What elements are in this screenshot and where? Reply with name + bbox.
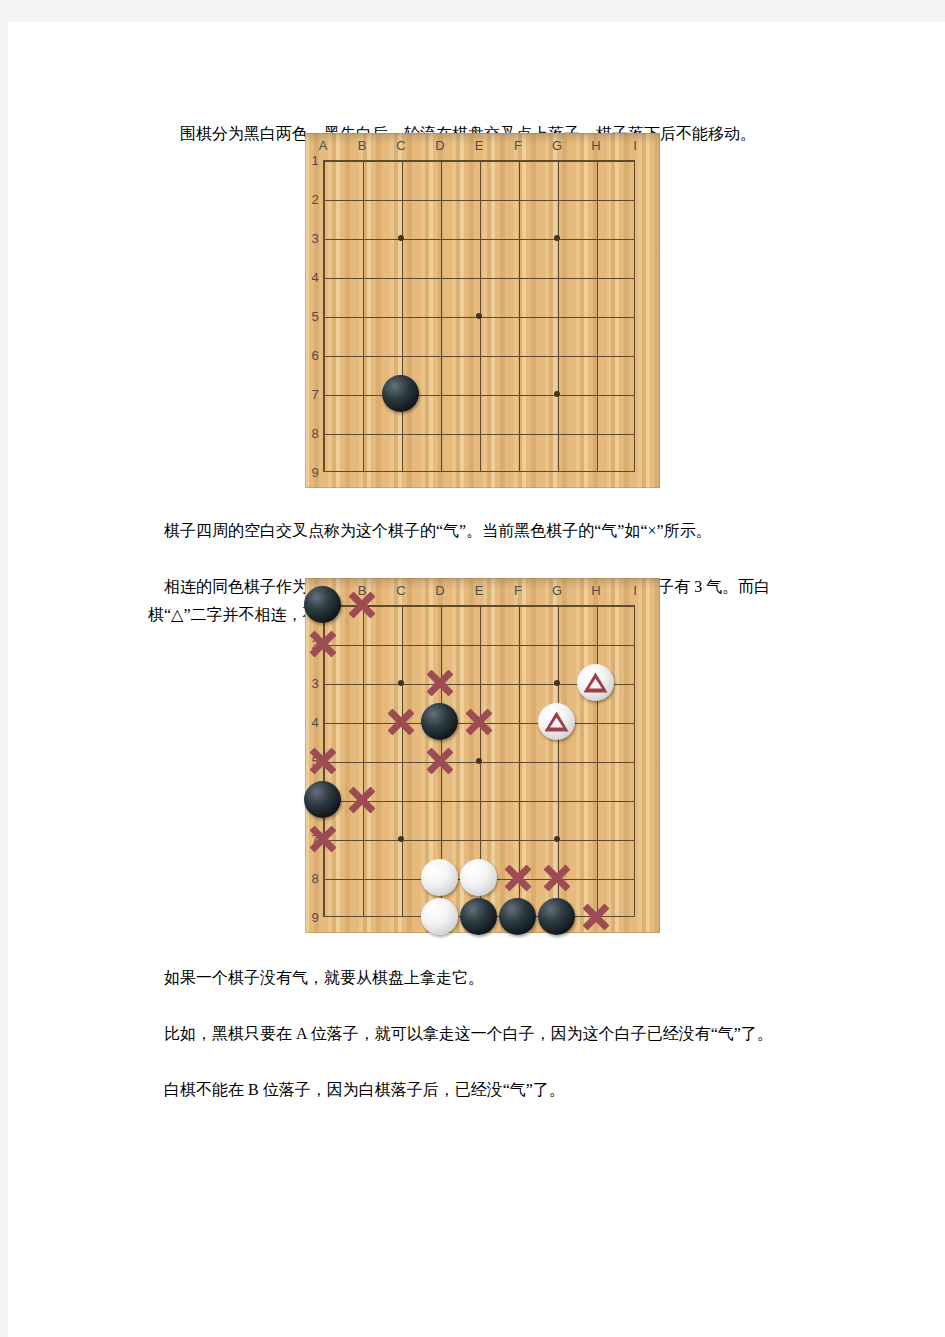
intersection-D7 xyxy=(420,819,459,858)
intersection-D8 xyxy=(420,413,459,452)
intersection-I7 xyxy=(615,374,654,413)
intersection-A7 xyxy=(303,374,342,413)
intersection-G8 xyxy=(537,413,576,452)
intersection-E3 xyxy=(459,663,498,702)
intersection-E8 xyxy=(459,858,498,897)
intersection-I9 xyxy=(615,452,654,491)
intersection-F2 xyxy=(498,179,537,218)
intersection-I2 xyxy=(615,179,654,218)
intersection-I6 xyxy=(615,780,654,819)
capture-paragraph-line2: 比如，黑棋只要在 A 位落子，就可以拿走这一个白子，因为这个白子已经没有“气”了… xyxy=(164,1025,773,1042)
intersection-I6 xyxy=(615,335,654,374)
triangle-mark-H3 xyxy=(584,673,608,693)
intersection-A8 xyxy=(303,413,342,452)
intersection-I3 xyxy=(615,663,654,702)
intersection-G4 xyxy=(537,702,576,741)
intersection-I5 xyxy=(615,296,654,335)
intersection-F3 xyxy=(498,663,537,702)
intersection-D2 xyxy=(420,179,459,218)
intersection-E5 xyxy=(459,741,498,780)
intersection-B4 xyxy=(342,257,381,296)
intersection-H1 xyxy=(576,585,615,624)
capture-paragraph: 如果一个棋子没有气，就要从棋盘上拿走它。 比如，黑棋只要在 A 位落子，就可以拿… xyxy=(148,936,824,1132)
liberty-x-mark-B1 xyxy=(347,590,377,620)
intersection-E7 xyxy=(459,374,498,413)
black-stone-C7 xyxy=(382,375,419,412)
black-stone-A6 xyxy=(304,781,341,818)
star-point-G7 xyxy=(554,836,560,842)
intersection-A7 xyxy=(303,819,342,858)
intersection-H9 xyxy=(576,897,615,936)
liberty-paragraph-line1: 棋子四周的空白交叉点称为这个棋子的“气”。当前黑色棋子的“气”如“×”所示。 xyxy=(164,522,712,539)
intersection-C3 xyxy=(381,218,420,257)
intersection-C4 xyxy=(381,702,420,741)
intersection-D1 xyxy=(420,585,459,624)
intersection-A9 xyxy=(303,897,342,936)
intersection-A2 xyxy=(303,624,342,663)
triangle-mark-G4 xyxy=(545,712,569,732)
intersection-G3 xyxy=(537,663,576,702)
intersection-I3 xyxy=(615,218,654,257)
intersection-H3 xyxy=(576,218,615,257)
intersection-I4 xyxy=(615,702,654,741)
intersection-H8 xyxy=(576,413,615,452)
intersection-D8 xyxy=(420,858,459,897)
intersection-A5 xyxy=(303,296,342,335)
intersection-A1 xyxy=(303,140,342,179)
intersection-E9 xyxy=(459,452,498,491)
white-stone-G4 xyxy=(538,703,575,740)
liberty-x-mark-B6 xyxy=(347,785,377,815)
intersection-B7 xyxy=(342,374,381,413)
intersection-B3 xyxy=(342,663,381,702)
intersection-grid xyxy=(303,585,654,936)
star-point-C3 xyxy=(398,680,404,686)
intersection-F5 xyxy=(498,296,537,335)
black-stone-G9 xyxy=(538,898,575,935)
intersection-F6 xyxy=(498,335,537,374)
intersection-G4 xyxy=(537,257,576,296)
intersection-B9 xyxy=(342,452,381,491)
intersection-F7 xyxy=(498,374,537,413)
intersection-H9 xyxy=(576,452,615,491)
intersection-G7 xyxy=(537,374,576,413)
intersection-D4 xyxy=(420,702,459,741)
intersection-B4 xyxy=(342,702,381,741)
star-point-G3 xyxy=(554,680,560,686)
black-stone-D4 xyxy=(421,703,458,740)
intersection-G8 xyxy=(537,858,576,897)
intersection-F8 xyxy=(498,858,537,897)
intersection-F1 xyxy=(498,585,537,624)
intersection-C8 xyxy=(381,413,420,452)
intersection-B3 xyxy=(342,218,381,257)
intersection-B8 xyxy=(342,413,381,452)
black-stone-F9 xyxy=(499,898,536,935)
intersection-D3 xyxy=(420,663,459,702)
intersection-B8 xyxy=(342,858,381,897)
intersection-F7 xyxy=(498,819,537,858)
intersection-C1 xyxy=(381,140,420,179)
intersection-A3 xyxy=(303,218,342,257)
black-stone-E9 xyxy=(460,898,497,935)
intersection-C2 xyxy=(381,179,420,218)
intersection-H1 xyxy=(576,140,615,179)
intersection-D9 xyxy=(420,452,459,491)
intersection-B6 xyxy=(342,335,381,374)
intersection-E8 xyxy=(459,413,498,452)
intersection-C6 xyxy=(381,780,420,819)
liberty-x-mark-A2 xyxy=(308,629,338,659)
intersection-A3 xyxy=(303,663,342,702)
white-stone-D8 xyxy=(421,859,458,896)
intersection-H6 xyxy=(576,335,615,374)
intersection-B5 xyxy=(342,296,381,335)
intersection-E1 xyxy=(459,585,498,624)
triangle-mark-inner xyxy=(550,718,563,728)
intersection-A6 xyxy=(303,780,342,819)
liberty-x-mark-G8 xyxy=(542,863,572,893)
intersection-G6 xyxy=(537,335,576,374)
capture-paragraph-line3: 白棋不能在 B 位落子，因为白棋落子后，已经没“气”了。 xyxy=(164,1081,565,1098)
intersection-A8 xyxy=(303,858,342,897)
star-point-E5 xyxy=(476,758,482,764)
intersection-C4 xyxy=(381,257,420,296)
star-point-C7 xyxy=(398,836,404,842)
liberty-x-mark-H9 xyxy=(581,902,611,932)
intersection-D9 xyxy=(420,897,459,936)
intersection-D3 xyxy=(420,218,459,257)
intersection-I5 xyxy=(615,741,654,780)
intersection-F2 xyxy=(498,624,537,663)
intersection-B2 xyxy=(342,624,381,663)
liberty-x-mark-A5 xyxy=(308,746,338,776)
intersection-A2 xyxy=(303,179,342,218)
intersection-C9 xyxy=(381,452,420,491)
intersection-C1 xyxy=(381,585,420,624)
intersection-H4 xyxy=(576,257,615,296)
intersection-D2 xyxy=(420,624,459,663)
intersection-I8 xyxy=(615,858,654,897)
intersection-G1 xyxy=(537,585,576,624)
intersection-B5 xyxy=(342,741,381,780)
intersection-E1 xyxy=(459,140,498,179)
intersection-B7 xyxy=(342,819,381,858)
intersection-H4 xyxy=(576,702,615,741)
star-point-G3 xyxy=(554,235,560,241)
liberty-x-mark-E4 xyxy=(464,707,494,737)
intersection-E6 xyxy=(459,780,498,819)
star-point-E5 xyxy=(476,313,482,319)
capture-paragraph-line1: 如果一个棋子没有气，就要从棋盘上拿走它。 xyxy=(164,969,484,986)
liberty-x-mark-C4 xyxy=(386,707,416,737)
intersection-H5 xyxy=(576,741,615,780)
white-stone-D9 xyxy=(421,898,458,935)
intersection-E2 xyxy=(459,624,498,663)
intersection-G2 xyxy=(537,624,576,663)
white-stone-E8 xyxy=(460,859,497,896)
intersection-C7 xyxy=(381,374,420,413)
intersection-A4 xyxy=(303,257,342,296)
intersection-E4 xyxy=(459,257,498,296)
intersection-B1 xyxy=(342,140,381,179)
intersection-A5 xyxy=(303,741,342,780)
intersection-H3 xyxy=(576,663,615,702)
intersection-D7 xyxy=(420,374,459,413)
intersection-H2 xyxy=(576,624,615,663)
intersection-H6 xyxy=(576,780,615,819)
intersection-I1 xyxy=(615,140,654,179)
intersection-G1 xyxy=(537,140,576,179)
intersection-G5 xyxy=(537,296,576,335)
intersection-H8 xyxy=(576,858,615,897)
document-page: 围棋分为黑白两色，黑先白后，轮流在棋盘交叉点上落子，棋子落下后不能移动。 ABC… xyxy=(8,22,945,1337)
intersection-E2 xyxy=(459,179,498,218)
liberty-x-mark-D5 xyxy=(425,746,455,776)
intersection-F4 xyxy=(498,257,537,296)
screenshot-root: { "game": "go", "page": { "background_co… xyxy=(0,0,945,1337)
intersection-F8 xyxy=(498,413,537,452)
intersection-D6 xyxy=(420,335,459,374)
intersection-C7 xyxy=(381,819,420,858)
intersection-I9 xyxy=(615,897,654,936)
intersection-I4 xyxy=(615,257,654,296)
intersection-G7 xyxy=(537,819,576,858)
intersection-F5 xyxy=(498,741,537,780)
intersection-F1 xyxy=(498,140,537,179)
intersection-F9 xyxy=(498,897,537,936)
triangle-mark-inner xyxy=(589,679,602,689)
intersection-B2 xyxy=(342,179,381,218)
star-point-C3 xyxy=(398,235,404,241)
intersection-E3 xyxy=(459,218,498,257)
intersection-E7 xyxy=(459,819,498,858)
intersection-C9 xyxy=(381,897,420,936)
intersection-C2 xyxy=(381,624,420,663)
intersection-I7 xyxy=(615,819,654,858)
intersection-D5 xyxy=(420,296,459,335)
intersection-B9 xyxy=(342,897,381,936)
intersection-A1 xyxy=(303,585,342,624)
intersection-G5 xyxy=(537,741,576,780)
intersection-E5 xyxy=(459,296,498,335)
liberty-x-mark-A7 xyxy=(308,824,338,854)
intersection-H5 xyxy=(576,296,615,335)
intersection-F4 xyxy=(498,702,537,741)
intersection-E6 xyxy=(459,335,498,374)
intersection-I1 xyxy=(615,585,654,624)
intersection-D1 xyxy=(420,140,459,179)
intersection-B1 xyxy=(342,585,381,624)
intersection-E4 xyxy=(459,702,498,741)
star-point-G7 xyxy=(554,391,560,397)
intersection-B6 xyxy=(342,780,381,819)
white-stone-H3 xyxy=(577,664,614,701)
intersection-A4 xyxy=(303,702,342,741)
intersection-A6 xyxy=(303,335,342,374)
intersection-D6 xyxy=(420,780,459,819)
intersection-grid xyxy=(303,140,654,491)
intersection-I8 xyxy=(615,413,654,452)
liberty-x-mark-F8 xyxy=(503,863,533,893)
intersection-A9 xyxy=(303,452,342,491)
intersection-E9 xyxy=(459,897,498,936)
intersection-F3 xyxy=(498,218,537,257)
intersection-D5 xyxy=(420,741,459,780)
intersection-C5 xyxy=(381,741,420,780)
intersection-H7 xyxy=(576,374,615,413)
intersection-G3 xyxy=(537,218,576,257)
liberty-x-mark-D3 xyxy=(425,668,455,698)
intersection-F6 xyxy=(498,780,537,819)
black-stone-A1 xyxy=(304,586,341,623)
intersection-H2 xyxy=(576,179,615,218)
intersection-C5 xyxy=(381,296,420,335)
go-board-2: ABCDEFGHI123456789 xyxy=(305,578,660,933)
intersection-C6 xyxy=(381,335,420,374)
go-board-1: ABCDEFGHI123456789 xyxy=(305,133,660,488)
intersection-G9 xyxy=(537,452,576,491)
intersection-C8 xyxy=(381,858,420,897)
intersection-H7 xyxy=(576,819,615,858)
intersection-I2 xyxy=(615,624,654,663)
intersection-G9 xyxy=(537,897,576,936)
intersection-G2 xyxy=(537,179,576,218)
intersection-G6 xyxy=(537,780,576,819)
intersection-C3 xyxy=(381,663,420,702)
intersection-F9 xyxy=(498,452,537,491)
intersection-D4 xyxy=(420,257,459,296)
